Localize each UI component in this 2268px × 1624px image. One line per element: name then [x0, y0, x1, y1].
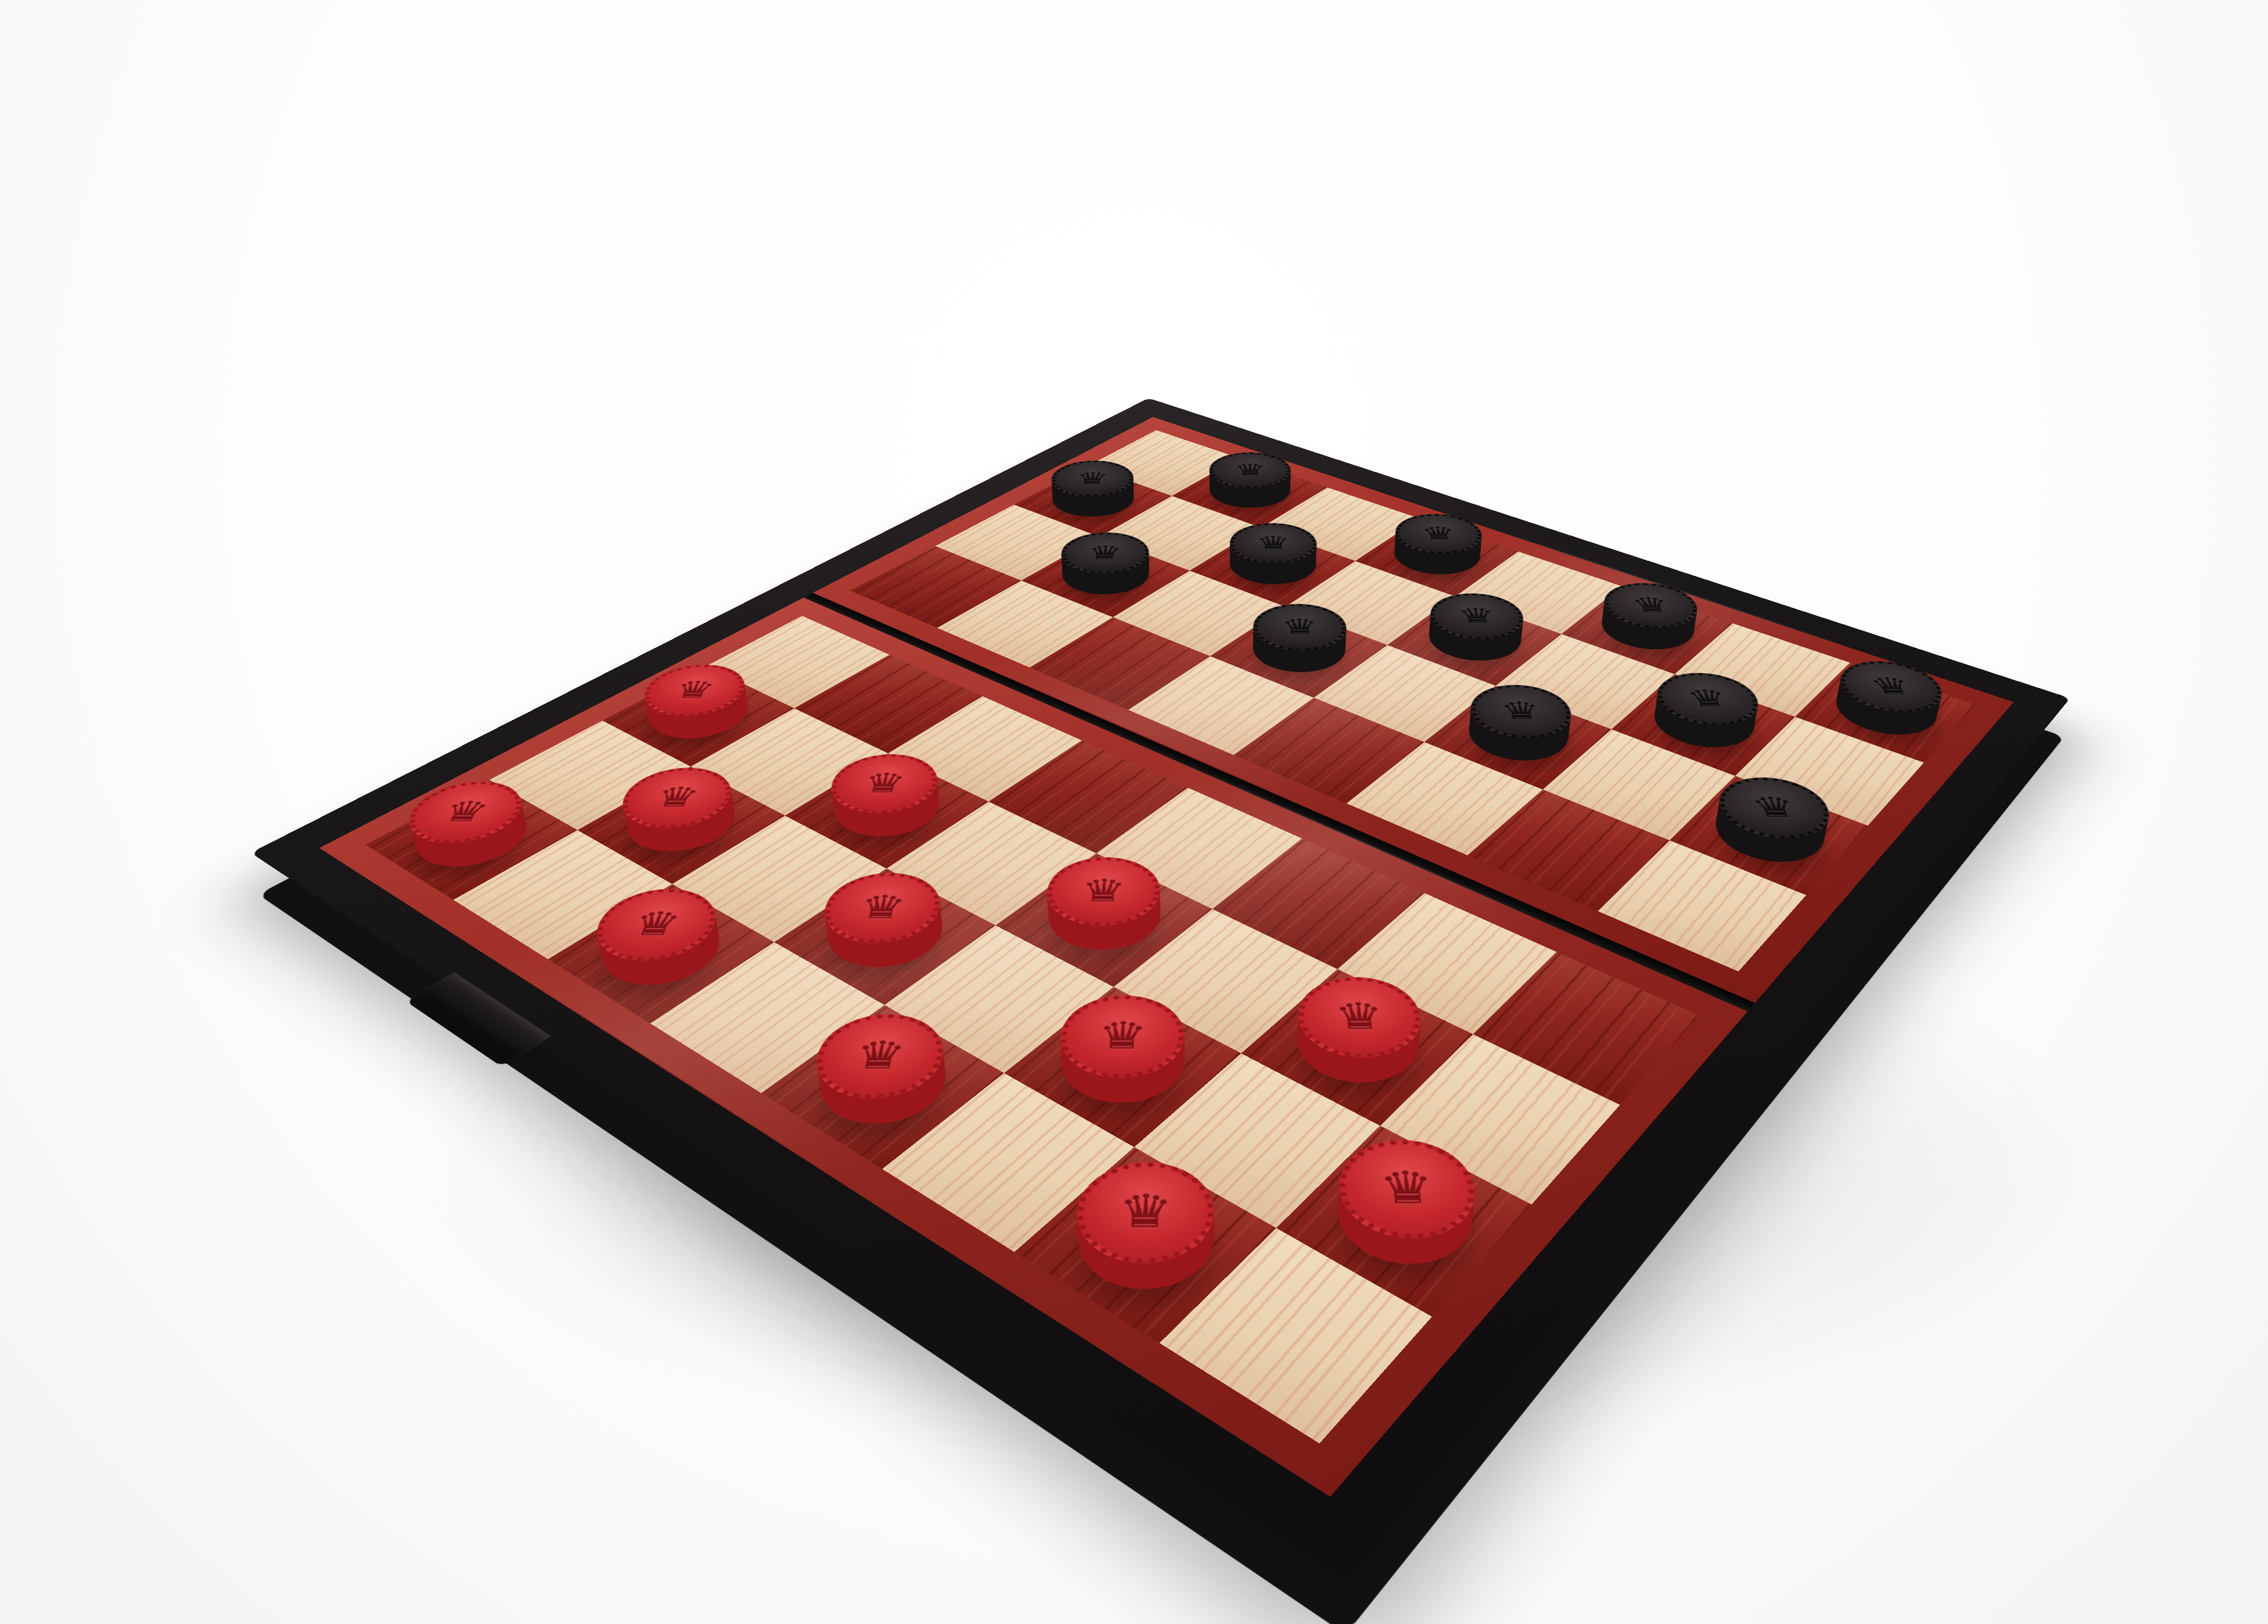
black-checker[interactable]: ♛	[1411, 608, 1538, 673]
crown-emboss-icon: ♛	[1333, 998, 1386, 1035]
board-scale-wrapper: ♛♛♛♛♛♛♛♛♛♛♛♛ ♛♛♛♛♛♛♛♛♛♛♛♛	[0, 0, 2268, 1624]
crown-emboss-icon: ♛	[1075, 470, 1110, 487]
crown-emboss-icon: ♛	[1498, 699, 1544, 723]
crown-emboss-icon: ♛	[1116, 1189, 1173, 1235]
board-frame: ♛♛♛♛♛♛♛♛♛♛♛♛ ♛♛♛♛♛♛♛♛♛♛♛♛	[251, 398, 2070, 1581]
crown-emboss-icon: ♛	[1233, 462, 1267, 478]
crown-emboss-icon: ♛	[436, 798, 494, 826]
crown-emboss-icon: ♛	[1377, 1166, 1437, 1210]
crown-emboss-icon: ♛	[670, 678, 719, 701]
crown-emboss-icon: ♛	[855, 891, 909, 923]
crown-emboss-icon: ♛	[1865, 675, 1917, 698]
square-r5c4-dark[interactable]	[988, 740, 1188, 853]
black-checker[interactable]: ♛	[1045, 547, 1167, 606]
red-checker[interactable]: ♛	[629, 679, 768, 752]
crown-emboss-icon: ♛	[860, 770, 909, 797]
red-checker[interactable]: ♛	[606, 782, 757, 867]
crown-emboss-icon: ♛	[1419, 524, 1458, 543]
crown-emboss-icon: ♛	[1079, 876, 1127, 906]
square-r5c2-dark[interactable]	[794, 655, 982, 753]
photo-background: { "game": "checkers", "variant": "englis…	[0, 0, 2268, 1624]
checkers-board: ♛♛♛♛♛♛♛♛♛♛♛♛ ♛♛♛♛♛♛♛♛♛♛♛♛	[251, 398, 2070, 1581]
square-r6c7-dark[interactable]: ♛	[1241, 969, 1473, 1125]
red-checker[interactable]: ♛	[1037, 1007, 1209, 1124]
crown-emboss-icon: ♛	[627, 908, 685, 940]
crown-emboss-icon: ♛	[650, 784, 704, 811]
crown-emboss-icon: ♛	[1456, 606, 1498, 626]
square-r8c3-dark[interactable]: ♛	[548, 884, 774, 1023]
crown-emboss-icon: ♛	[1255, 534, 1291, 552]
crown-emboss-icon: ♛	[1281, 616, 1320, 637]
crown-emboss-icon: ♛	[850, 1037, 909, 1075]
black-checker[interactable]: ♛	[1585, 597, 1709, 661]
crown-emboss-icon: ♛	[1086, 543, 1124, 562]
black-checker[interactable]: ♛	[1212, 538, 1333, 595]
crown-emboss-icon: ♛	[1628, 595, 1673, 616]
crown-emboss-icon: ♛	[1683, 687, 1732, 710]
crown-emboss-icon: ♛	[1096, 1017, 1148, 1054]
red-checker[interactable]: ♛	[1026, 870, 1183, 967]
crown-emboss-icon: ♛	[1747, 794, 1802, 822]
